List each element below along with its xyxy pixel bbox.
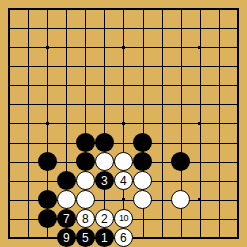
stone-number: 4	[120, 175, 127, 187]
stone-black: 9	[57, 228, 76, 247]
stone-number: 3	[101, 175, 108, 187]
stone-black: 5	[76, 228, 95, 247]
stone-white	[57, 190, 76, 209]
stone-black	[76, 152, 95, 171]
stone-number: 10	[119, 214, 128, 223]
go-diagram: 34782109516	[0, 0, 247, 247]
stone-white	[171, 190, 190, 209]
stone-black	[57, 171, 76, 190]
stone-black	[133, 152, 152, 171]
stone-number: 7	[63, 213, 70, 225]
stone-black	[38, 190, 57, 209]
stone-black: 3	[95, 171, 114, 190]
stone-black	[38, 152, 57, 171]
stone-black	[95, 133, 114, 152]
stone-number: 5	[82, 232, 89, 244]
stone-number: 9	[63, 232, 70, 244]
stone-white: 10	[114, 209, 133, 228]
stone-black	[171, 152, 190, 171]
stone-number: 6	[120, 232, 127, 244]
stone-number: 2	[101, 213, 108, 225]
stone-black	[76, 133, 95, 152]
stone-white	[76, 171, 95, 190]
stone-white	[95, 152, 114, 171]
stone-black	[38, 209, 57, 228]
stone-black: 1	[95, 228, 114, 247]
stone-white	[76, 190, 95, 209]
stone-white: 6	[114, 228, 133, 247]
stone-white	[114, 152, 133, 171]
stone-number: 8	[82, 213, 89, 225]
stone-white: 2	[95, 209, 114, 228]
stone-black	[133, 133, 152, 152]
stone-black: 7	[57, 209, 76, 228]
stone-white: 8	[76, 209, 95, 228]
stone-white: 4	[114, 171, 133, 190]
stone-number: 1	[101, 232, 108, 244]
stone-white	[133, 171, 152, 190]
goban[interactable]: 34782109516	[0, 0, 247, 247]
stone-white	[133, 190, 152, 209]
